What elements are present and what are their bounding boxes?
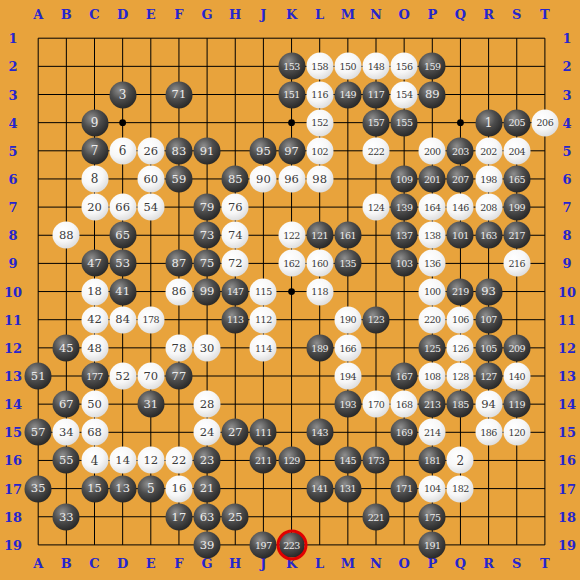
move-number: 35 [31,483,46,495]
stone-black[interactable]: 185 [447,391,474,418]
stone-black[interactable]: 203 [447,137,474,164]
stone-white[interactable]: 20 [81,194,108,221]
stone-white[interactable]: 30 [194,334,221,361]
stone-white[interactable]: 178 [137,306,164,333]
row-label-left: 9 [8,257,17,270]
stone-black[interactable]: 45 [53,334,80,361]
move-number: 182 [452,484,469,494]
row-label-left: 15 [4,426,22,439]
move-number: 16 [172,483,187,495]
move-number: 194 [340,371,357,381]
stone-black[interactable]: 207 [447,165,474,192]
stone-white[interactable]: 66 [109,194,136,221]
stone-black[interactable]: 93 [475,278,502,305]
stone-white[interactable]: 208 [475,194,502,221]
star-point [119,119,126,126]
move-number: 95 [256,145,271,157]
stone-black[interactable]: 1 [475,109,502,136]
stone-white[interactable]: 128 [447,363,474,390]
move-number: 204 [508,146,525,156]
col-label-top: E [146,8,156,21]
stone-black[interactable]: 103 [391,250,418,277]
stone-black[interactable]: 163 [475,222,502,249]
stone-white[interactable]: 108 [419,363,446,390]
row-label-right: 9 [562,257,571,270]
move-number: 60 [143,173,158,185]
move-number: 214 [424,428,441,438]
stone-black[interactable]: 77 [165,363,192,390]
stone-white[interactable]: 182 [447,475,474,502]
col-label-top: H [229,8,241,21]
stone-black[interactable]: 63 [194,503,221,530]
move-number: 70 [143,370,158,382]
stone-black[interactable]: 91 [194,137,221,164]
move-number: 200 [424,146,441,156]
stone-white[interactable]: 76 [222,194,249,221]
stone-black[interactable]: 165 [503,165,530,192]
stone-white[interactable]: 116 [306,81,333,108]
stone-white[interactable]: 112 [250,306,277,333]
stone-black[interactable]: 141 [306,475,333,502]
stone-white[interactable]: 150 [334,53,361,80]
stone-black[interactable]: 129 [278,447,305,474]
stone-black[interactable]: 139 [391,194,418,221]
stone-white[interactable]: 22 [165,447,192,474]
move-number: 129 [283,456,300,466]
stone-black[interactable]: 169 [391,419,418,446]
stone-white[interactable]: 70 [137,363,164,390]
stone-black[interactable]: 7 [81,137,108,164]
stone-white[interactable]: 34 [53,419,80,446]
stone-black[interactable]: 71 [165,81,192,108]
stone-white[interactable]: 202 [475,137,502,164]
move-number: 148 [368,62,385,72]
stone-black[interactable]: 217 [503,222,530,249]
stone-black[interactable]: 89 [419,81,446,108]
stone-black[interactable]: 201 [419,165,446,192]
stone-black[interactable]: 105 [475,334,502,361]
stone-black[interactable]: 125 [419,334,446,361]
stone-black[interactable]: 199 [503,194,530,221]
move-number: 86 [172,286,187,298]
stone-black[interactable]: 145 [334,447,361,474]
col-label-bottom: H [229,557,241,570]
move-number: 161 [340,231,357,241]
stone-white[interactable]: 94 [475,391,502,418]
move-number: 154 [396,90,413,100]
move-number: 124 [368,202,385,212]
stone-black[interactable]: 33 [53,503,80,530]
col-label-top: P [427,8,437,21]
stone-white[interactable]: 2 [447,447,474,474]
stone-black[interactable]: 181 [419,447,446,474]
col-label-top: N [370,8,382,21]
stone-white[interactable]: 194 [334,363,361,390]
stone-white[interactable]: 126 [447,334,474,361]
move-number: 202 [480,146,497,156]
col-label-top: L [315,8,324,21]
stone-black[interactable]: 157 [363,109,390,136]
stone-black[interactable]: 17 [165,503,192,530]
move-number: 138 [424,231,441,241]
stone-black[interactable]: 5 [137,475,164,502]
move-number: 107 [480,315,497,325]
stone-black[interactable]: 97 [278,137,305,164]
row-label-left: 11 [4,313,22,326]
stone-white[interactable]: 158 [306,53,333,80]
row-label-right: 8 [562,229,571,242]
col-label-bottom: R [483,557,494,570]
stone-white[interactable]: 114 [250,334,277,361]
move-number: 31 [143,398,158,410]
move-number: 79 [200,201,215,213]
stone-white[interactable]: 18 [81,278,108,305]
stone-white[interactable]: 48 [81,334,108,361]
stone-black[interactable]: 121 [306,222,333,249]
stone-white[interactable]: 222 [363,137,390,164]
stone-black[interactable]: 149 [334,81,361,108]
stone-black[interactable]: 137 [391,222,418,249]
stone-black[interactable]: 99 [194,278,221,305]
stone-black[interactable]: 47 [81,250,108,277]
move-number: 146 [452,202,469,212]
move-number: 211 [255,456,272,466]
stone-white[interactable]: 204 [503,137,530,164]
move-number: 121 [311,231,328,241]
move-number: 50 [87,398,102,410]
stone-white[interactable]: 78 [165,334,192,361]
stone-black[interactable]: 131 [334,475,361,502]
stone-white[interactable]: 154 [391,81,418,108]
col-label-bottom: S [512,557,521,570]
move-number: 143 [311,428,328,438]
move-number: 114 [255,343,272,353]
stone-black[interactable]: 193 [334,391,361,418]
stone-black[interactable]: 21 [194,475,221,502]
move-number: 51 [31,370,46,382]
move-number: 91 [200,145,215,157]
row-label-left: 4 [8,116,17,129]
stone-black[interactable]: 119 [503,391,530,418]
stone-black[interactable]: 13 [109,475,136,502]
stone-black[interactable]: 209 [503,334,530,361]
row-label-right: 7 [562,201,571,214]
stone-white[interactable]: 74 [222,222,249,249]
stone-white[interactable]: 148 [363,53,390,80]
stone-white[interactable]: 146 [447,194,474,221]
stone-black[interactable]: 75 [194,250,221,277]
stone-white[interactable]: 26 [137,137,164,164]
col-label-top: A [33,8,43,21]
row-label-right: 11 [558,313,576,326]
stone-black[interactable]: 197 [250,531,277,558]
stone-black[interactable]: 59 [165,165,192,192]
move-number: 66 [115,201,130,213]
move-number: 52 [115,370,130,382]
col-label-top: O [398,8,409,21]
stone-white[interactable]: 166 [334,334,361,361]
move-number: 2 [457,454,465,466]
move-number: 89 [425,89,440,101]
stone-black[interactable]: 9 [81,109,108,136]
stone-black[interactable]: 35 [25,475,52,502]
move-number: 6 [119,145,127,157]
row-label-right: 5 [562,144,571,157]
stone-white[interactable]: 60 [137,165,164,192]
stone-white[interactable]: 186 [475,419,502,446]
stone-black[interactable]: 95 [250,137,277,164]
stone-white[interactable]: 88 [53,222,80,249]
stone-white[interactable]: 200 [419,137,446,164]
stone-black[interactable]: 135 [334,250,361,277]
stone-white[interactable]: 16 [165,475,192,502]
move-number: 97 [284,145,299,157]
stone-black[interactable]: 189 [306,334,333,361]
stone-white[interactable]: 4 [81,447,108,474]
stone-white[interactable]: 96 [278,165,305,192]
col-label-top: T [540,8,550,21]
stone-white[interactable]: 68 [81,419,108,446]
stone-black[interactable]: 73 [194,222,221,249]
move-number: 119 [508,399,525,409]
stone-white[interactable]: 100 [419,278,446,305]
stone-black[interactable]: 79 [194,194,221,221]
stone-black[interactable]: 51 [25,363,52,390]
stone-white[interactable]: 50 [81,391,108,418]
move-number: 57 [31,427,46,439]
row-label-left: 14 [4,398,22,411]
stone-white[interactable]: 102 [306,137,333,164]
move-number: 125 [424,343,441,353]
stone-white[interactable]: 214 [419,419,446,446]
move-number: 30 [200,342,215,354]
row-label-left: 6 [8,172,17,185]
stone-white[interactable]: 6 [109,137,136,164]
stone-white[interactable]: 162 [278,250,305,277]
move-number: 151 [283,90,300,100]
move-number: 39 [200,539,215,551]
stone-black[interactable]: 161 [334,222,361,249]
stone-black[interactable]: 101 [447,222,474,249]
col-label-bottom: B [61,557,72,570]
stone-white[interactable]: 12 [137,447,164,474]
move-number: 149 [340,90,357,100]
stone-white[interactable]: 156 [391,53,418,80]
stone-white[interactable]: 160 [306,250,333,277]
move-number: 98 [312,173,327,185]
col-label-bottom: C [89,557,99,570]
move-number: 135 [340,259,357,269]
col-label-top: C [89,8,99,21]
move-number: 83 [172,145,187,157]
stone-black[interactable]: 127 [475,363,502,390]
move-number: 178 [142,315,159,325]
move-number: 55 [59,455,74,467]
move-number: 96 [284,173,299,185]
move-number: 12 [143,455,158,467]
stone-white[interactable]: 170 [363,391,390,418]
stone-white[interactable]: 14 [109,447,136,474]
stone-black[interactable]: 167 [391,363,418,390]
stone-white[interactable]: 220 [419,306,446,333]
stone-black[interactable]: 171 [391,475,418,502]
move-number: 21 [200,483,215,495]
row-label-right: 17 [558,482,576,495]
stone-white[interactable]: 106 [447,306,474,333]
stone-black[interactable]: 41 [109,278,136,305]
stone-white[interactable]: 190 [334,306,361,333]
stone-black[interactable]: 153 [278,53,305,80]
move-number: 131 [340,484,357,494]
move-number: 156 [396,62,413,72]
stone-black[interactable]: 221 [363,503,390,530]
stone-white[interactable]: 124 [363,194,390,221]
stone-black[interactable]: 27 [222,419,249,446]
move-number: 103 [396,259,413,269]
row-label-right: 12 [558,341,576,354]
stone-white[interactable]: 216 [503,250,530,277]
move-number: 127 [480,371,497,381]
stone-black[interactable]: 111 [250,419,277,446]
stone-white[interactable]: 140 [503,363,530,390]
stone-white[interactable]: 168 [391,391,418,418]
move-number: 65 [115,230,130,242]
move-number: 68 [87,427,102,439]
stone-black[interactable]: 87 [165,250,192,277]
stone-black[interactable]: 55 [53,447,80,474]
stone-black[interactable]: 155 [391,109,418,136]
move-number: 1 [485,117,493,129]
stone-white[interactable]: 104 [419,475,446,502]
move-number: 63 [200,511,215,523]
stone-black[interactable]: 117 [363,81,390,108]
stone-white[interactable]: 72 [222,250,249,277]
move-number: 27 [228,427,243,439]
stone-black[interactable]: 53 [109,250,136,277]
move-number: 28 [200,398,215,410]
stone-black[interactable]: 85 [222,165,249,192]
stone-black[interactable]: 39 [194,531,221,558]
move-number: 105 [480,343,497,353]
move-number: 169 [396,428,413,438]
col-label-bottom: P [427,557,437,570]
stone-white[interactable]: 118 [306,278,333,305]
stone-black[interactable]: 219 [447,278,474,305]
stone-black[interactable]: 109 [391,165,418,192]
stone-white[interactable]: 152 [306,109,333,136]
move-number: 101 [452,231,469,241]
move-number: 111 [255,428,272,438]
stone-black[interactable]: 143 [306,419,333,446]
move-number: 73 [200,230,215,242]
stone-black[interactable]: 205 [503,109,530,136]
move-number: 41 [115,286,130,298]
stone-white[interactable]: 138 [419,222,446,249]
move-number: 8 [91,173,99,185]
row-label-right: 13 [558,370,576,383]
stone-black[interactable]: 173 [363,447,390,474]
stone-white[interactable]: 115 [250,278,277,305]
stone-white[interactable]: 28 [194,391,221,418]
stone-black[interactable]: 175 [419,503,446,530]
row-label-right: 15 [558,426,576,439]
move-number: 181 [424,456,441,466]
stone-black[interactable]: 83 [165,137,192,164]
col-label-top: Q [455,8,466,21]
stone-white[interactable]: 86 [165,278,192,305]
stone-white[interactable]: 120 [503,419,530,446]
move-number: 216 [508,259,525,269]
move-number: 193 [340,399,357,409]
stone-white[interactable]: 122 [278,222,305,249]
stone-black[interactable]: 213 [419,391,446,418]
move-number: 199 [508,202,525,212]
row-label-right: 3 [562,88,571,101]
stone-black[interactable]: 57 [25,419,52,446]
stone-black[interactable]: 159 [419,53,446,80]
move-number: 93 [481,286,496,298]
move-number: 220 [424,315,441,325]
stone-black[interactable]: 191 [419,531,446,558]
move-number: 136 [424,259,441,269]
stone-white[interactable]: 52 [109,363,136,390]
stone-black[interactable]: 151 [278,81,305,108]
stone-white[interactable]: 98 [306,165,333,192]
stone-white[interactable]: 54 [137,194,164,221]
move-number: 185 [452,399,469,409]
stone-black[interactable]: 31 [137,391,164,418]
stone-black[interactable]: 15 [81,475,108,502]
row-label-right: 14 [558,398,576,411]
stone-white[interactable]: 164 [419,194,446,221]
stone-black[interactable]: 3 [109,81,136,108]
col-label-top: S [512,8,521,21]
star-point [457,119,464,126]
move-number: 191 [424,540,441,550]
stone-white[interactable]: 90 [250,165,277,192]
stone-black[interactable]: 177 [81,363,108,390]
stone-black[interactable]: 65 [109,222,136,249]
move-number: 33 [59,511,74,523]
row-label-left: 10 [4,285,22,298]
stone-white[interactable]: 8 [81,165,108,192]
move-number: 158 [311,62,328,72]
row-label-left: 12 [4,341,22,354]
col-label-top: R [483,8,494,21]
last-move-stone-black[interactable]: 223 [276,529,307,560]
stone-black[interactable]: 113 [222,306,249,333]
col-label-bottom: O [398,557,409,570]
stone-black[interactable]: 67 [53,391,80,418]
stone-black[interactable]: 107 [475,306,502,333]
row-label-right: 10 [558,285,576,298]
stone-white[interactable]: 84 [109,306,136,333]
stone-white[interactable]: 136 [419,250,446,277]
col-label-bottom: D [117,557,128,570]
stone-black[interactable]: 147 [222,278,249,305]
stone-white[interactable]: 206 [531,109,558,136]
stone-black[interactable]: 211 [250,447,277,474]
row-label-right: 16 [558,454,576,467]
stone-white[interactable]: 24 [194,419,221,446]
stone-black[interactable]: 123 [363,306,390,333]
move-number: 168 [396,399,413,409]
move-number: 88 [59,230,74,242]
stone-white[interactable]: 198 [475,165,502,192]
stone-black[interactable]: 25 [222,503,249,530]
stone-white[interactable]: 42 [81,306,108,333]
stone-black[interactable]: 23 [194,447,221,474]
